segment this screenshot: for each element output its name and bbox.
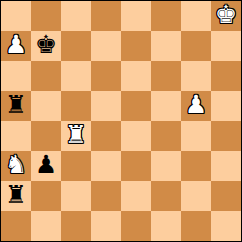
- white-pawn[interactable]: ♟: [5, 30, 27, 60]
- square-h7[interactable]: [211, 31, 241, 61]
- square-d4[interactable]: [91, 121, 121, 151]
- chess-board-frame: ♚♟♚♜♟♜♞♟♜: [0, 0, 242, 242]
- square-e5[interactable]: [121, 91, 151, 121]
- square-a8[interactable]: [1, 1, 31, 31]
- square-d3[interactable]: [91, 151, 121, 181]
- square-f3[interactable]: [151, 151, 181, 181]
- square-a1[interactable]: [1, 211, 31, 241]
- chess-board: ♚♟♚♜♟♜♞♟♜: [1, 1, 241, 241]
- square-d6[interactable]: [91, 61, 121, 91]
- black-rook[interactable]: ♜: [5, 90, 27, 120]
- square-b3[interactable]: ♟: [31, 151, 61, 181]
- square-e7[interactable]: [121, 31, 151, 61]
- square-h4[interactable]: [211, 121, 241, 151]
- square-d8[interactable]: [91, 1, 121, 31]
- square-b4[interactable]: [31, 121, 61, 151]
- square-e1[interactable]: [121, 211, 151, 241]
- square-h1[interactable]: [211, 211, 241, 241]
- square-g8[interactable]: [181, 1, 211, 31]
- square-g7[interactable]: [181, 31, 211, 61]
- square-h3[interactable]: [211, 151, 241, 181]
- white-rook[interactable]: ♜: [65, 120, 87, 150]
- square-f8[interactable]: [151, 1, 181, 31]
- square-f2[interactable]: [151, 181, 181, 211]
- square-e4[interactable]: [121, 121, 151, 151]
- square-e8[interactable]: [121, 1, 151, 31]
- square-c7[interactable]: [61, 31, 91, 61]
- square-c5[interactable]: [61, 91, 91, 121]
- square-h5[interactable]: [211, 91, 241, 121]
- square-e2[interactable]: [121, 181, 151, 211]
- square-d2[interactable]: [91, 181, 121, 211]
- square-c1[interactable]: [61, 211, 91, 241]
- square-g5[interactable]: ♟: [181, 91, 211, 121]
- square-a5[interactable]: ♜: [1, 91, 31, 121]
- square-b8[interactable]: [31, 1, 61, 31]
- white-pawn[interactable]: ♟: [185, 90, 207, 120]
- square-e6[interactable]: [121, 61, 151, 91]
- square-a2[interactable]: ♜: [1, 181, 31, 211]
- square-f6[interactable]: [151, 61, 181, 91]
- square-c4[interactable]: ♜: [61, 121, 91, 151]
- square-d1[interactable]: [91, 211, 121, 241]
- square-h2[interactable]: [211, 181, 241, 211]
- square-g4[interactable]: [181, 121, 211, 151]
- square-h6[interactable]: [211, 61, 241, 91]
- square-f4[interactable]: [151, 121, 181, 151]
- square-a4[interactable]: [1, 121, 31, 151]
- square-c8[interactable]: [61, 1, 91, 31]
- square-b5[interactable]: [31, 91, 61, 121]
- square-g3[interactable]: [181, 151, 211, 181]
- square-g1[interactable]: [181, 211, 211, 241]
- white-knight[interactable]: ♞: [5, 150, 27, 180]
- square-a7[interactable]: ♟: [1, 31, 31, 61]
- black-pawn[interactable]: ♟: [35, 150, 57, 180]
- square-d5[interactable]: [91, 91, 121, 121]
- square-a3[interactable]: ♞: [1, 151, 31, 181]
- square-b7[interactable]: ♚: [31, 31, 61, 61]
- square-d7[interactable]: [91, 31, 121, 61]
- square-b6[interactable]: [31, 61, 61, 91]
- square-f5[interactable]: [151, 91, 181, 121]
- square-e3[interactable]: [121, 151, 151, 181]
- square-c3[interactable]: [61, 151, 91, 181]
- black-rook[interactable]: ♜: [5, 180, 27, 210]
- black-king[interactable]: ♚: [35, 30, 57, 60]
- square-g2[interactable]: [181, 181, 211, 211]
- square-c2[interactable]: [61, 181, 91, 211]
- square-b2[interactable]: [31, 181, 61, 211]
- square-f7[interactable]: [151, 31, 181, 61]
- square-h8[interactable]: ♚: [211, 1, 241, 31]
- white-king[interactable]: ♚: [215, 0, 237, 30]
- square-b1[interactable]: [31, 211, 61, 241]
- square-f1[interactable]: [151, 211, 181, 241]
- square-a6[interactable]: [1, 61, 31, 91]
- square-g6[interactable]: [181, 61, 211, 91]
- square-c6[interactable]: [61, 61, 91, 91]
